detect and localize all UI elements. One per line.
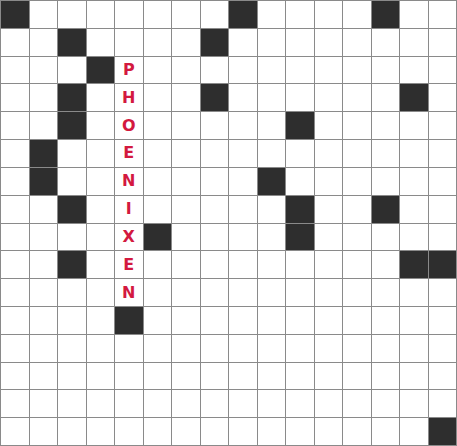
empty-cell-r10c7[interactable] xyxy=(201,279,229,306)
empty-cell-r15c8[interactable] xyxy=(229,418,257,445)
empty-cell-r3c3[interactable] xyxy=(87,84,115,111)
empty-cell-r6c2[interactable] xyxy=(58,168,86,195)
empty-cell-r11c7[interactable] xyxy=(201,307,229,334)
empty-cell-r7c15[interactable] xyxy=(429,196,457,223)
empty-cell-r6c12[interactable] xyxy=(343,168,371,195)
empty-cell-r12c6[interactable] xyxy=(172,335,200,362)
black-cell-r0c0 xyxy=(1,1,29,28)
empty-cell-r3c10[interactable] xyxy=(286,84,314,111)
empty-cell-r10c6[interactable] xyxy=(172,279,200,306)
empty-cell-r0c5[interactable] xyxy=(144,1,172,28)
empty-cell-r4c13[interactable] xyxy=(372,112,400,139)
empty-cell-r10c9[interactable] xyxy=(258,279,286,306)
empty-cell-r1c4[interactable] xyxy=(115,29,143,56)
empty-cell-r6c3[interactable] xyxy=(87,168,115,195)
empty-cell-r8c6[interactable] xyxy=(172,224,200,251)
empty-cell-r9c0[interactable] xyxy=(1,251,29,278)
empty-cell-r3c9[interactable] xyxy=(258,84,286,111)
empty-cell-r12c1[interactable] xyxy=(30,335,58,362)
empty-cell-r9c6[interactable] xyxy=(172,251,200,278)
empty-cell-r14c14[interactable] xyxy=(400,390,428,417)
empty-cell-r15c6[interactable] xyxy=(172,418,200,445)
black-cell-r0c8 xyxy=(229,1,257,28)
empty-cell-r1c14[interactable] xyxy=(400,29,428,56)
empty-cell-r1c15[interactable] xyxy=(429,29,457,56)
empty-cell-r11c0[interactable] xyxy=(1,307,29,334)
empty-cell-r8c13[interactable] xyxy=(372,224,400,251)
empty-cell-r4c7[interactable] xyxy=(201,112,229,139)
empty-cell-r14c4[interactable] xyxy=(115,390,143,417)
empty-cell-r4c14[interactable] xyxy=(400,112,428,139)
empty-cell-r2c0[interactable] xyxy=(1,57,29,84)
empty-cell-r3c6[interactable] xyxy=(172,84,200,111)
empty-cell-r13c8[interactable] xyxy=(229,363,257,390)
empty-cell-r6c7[interactable] xyxy=(201,168,229,195)
empty-cell-r4c1[interactable] xyxy=(30,112,58,139)
empty-cell-r11c8[interactable] xyxy=(229,307,257,334)
empty-cell-r12c11[interactable] xyxy=(315,335,343,362)
empty-cell-r13c7[interactable] xyxy=(201,363,229,390)
empty-cell-r15c2[interactable] xyxy=(58,418,86,445)
letter-cell-r2c4[interactable]: P xyxy=(115,57,143,84)
empty-cell-r14c1[interactable] xyxy=(30,390,58,417)
empty-cell-r6c13[interactable] xyxy=(372,168,400,195)
empty-cell-r6c5[interactable] xyxy=(144,168,172,195)
empty-cell-r4c9[interactable] xyxy=(258,112,286,139)
empty-cell-r9c10[interactable] xyxy=(286,251,314,278)
empty-cell-r8c15[interactable] xyxy=(429,224,457,251)
empty-cell-r0c11[interactable] xyxy=(315,1,343,28)
black-cell-r6c1 xyxy=(30,168,58,195)
empty-cell-r0c14[interactable] xyxy=(400,1,428,28)
crossword-grid: PHOENIXEN xyxy=(0,0,457,446)
black-cell-r9c14 xyxy=(400,251,428,278)
black-cell-r8c5 xyxy=(144,224,172,251)
empty-cell-r2c2[interactable] xyxy=(58,57,86,84)
empty-cell-r2c14[interactable] xyxy=(400,57,428,84)
empty-cell-r1c13[interactable] xyxy=(372,29,400,56)
black-cell-r7c13 xyxy=(372,196,400,223)
empty-cell-r10c14[interactable] xyxy=(400,279,428,306)
empty-cell-r10c1[interactable] xyxy=(30,279,58,306)
empty-cell-r13c3[interactable] xyxy=(87,363,115,390)
empty-cell-r5c0[interactable] xyxy=(1,140,29,167)
empty-cell-r12c12[interactable] xyxy=(343,335,371,362)
empty-cell-r1c0[interactable] xyxy=(1,29,29,56)
empty-cell-r8c0[interactable] xyxy=(1,224,29,251)
black-cell-r2c3 xyxy=(87,57,115,84)
empty-cell-r2c8[interactable] xyxy=(229,57,257,84)
empty-cell-r2c10[interactable] xyxy=(286,57,314,84)
empty-cell-r3c1[interactable] xyxy=(30,84,58,111)
empty-cell-r5c11[interactable] xyxy=(315,140,343,167)
empty-cell-r5c9[interactable] xyxy=(258,140,286,167)
empty-cell-r14c10[interactable] xyxy=(286,390,314,417)
empty-cell-r10c11[interactable] xyxy=(315,279,343,306)
empty-cell-r10c2[interactable] xyxy=(58,279,86,306)
empty-cell-r2c5[interactable] xyxy=(144,57,172,84)
empty-cell-r12c5[interactable] xyxy=(144,335,172,362)
empty-cell-r5c13[interactable] xyxy=(372,140,400,167)
empty-cell-r6c15[interactable] xyxy=(429,168,457,195)
empty-cell-r13c9[interactable] xyxy=(258,363,286,390)
empty-cell-r4c0[interactable] xyxy=(1,112,29,139)
empty-cell-r10c10[interactable] xyxy=(286,279,314,306)
empty-cell-r10c0[interactable] xyxy=(1,279,29,306)
empty-cell-r3c11[interactable] xyxy=(315,84,343,111)
empty-cell-r5c6[interactable] xyxy=(172,140,200,167)
empty-cell-r5c2[interactable] xyxy=(58,140,86,167)
empty-cell-r15c13[interactable] xyxy=(372,418,400,445)
empty-cell-r6c10[interactable] xyxy=(286,168,314,195)
empty-cell-r9c8[interactable] xyxy=(229,251,257,278)
empty-cell-r2c6[interactable] xyxy=(172,57,200,84)
empty-cell-r11c15[interactable] xyxy=(429,307,457,334)
black-cell-r5c1 xyxy=(30,140,58,167)
black-cell-r1c7 xyxy=(201,29,229,56)
empty-cell-r5c3[interactable] xyxy=(87,140,115,167)
empty-cell-r10c13[interactable] xyxy=(372,279,400,306)
empty-cell-r8c2[interactable] xyxy=(58,224,86,251)
empty-cell-r6c8[interactable] xyxy=(229,168,257,195)
empty-cell-r15c5[interactable] xyxy=(144,418,172,445)
empty-cell-r11c5[interactable] xyxy=(144,307,172,334)
empty-cell-r1c6[interactable] xyxy=(172,29,200,56)
empty-cell-r6c11[interactable] xyxy=(315,168,343,195)
letter-cell-r3c4[interactable]: H xyxy=(115,84,143,111)
empty-cell-r0c4[interactable] xyxy=(115,1,143,28)
empty-cell-r2c15[interactable] xyxy=(429,57,457,84)
empty-cell-r9c9[interactable] xyxy=(258,251,286,278)
empty-cell-r15c9[interactable] xyxy=(258,418,286,445)
empty-cell-r0c9[interactable] xyxy=(258,1,286,28)
empty-cell-r10c5[interactable] xyxy=(144,279,172,306)
empty-cell-r14c8[interactable] xyxy=(229,390,257,417)
empty-cell-r6c0[interactable] xyxy=(1,168,29,195)
empty-cell-r5c12[interactable] xyxy=(343,140,371,167)
empty-cell-r9c7[interactable] xyxy=(201,251,229,278)
empty-cell-r15c0[interactable] xyxy=(1,418,29,445)
empty-cell-r4c12[interactable] xyxy=(343,112,371,139)
empty-cell-r1c3[interactable] xyxy=(87,29,115,56)
empty-cell-r3c15[interactable] xyxy=(429,84,457,111)
empty-cell-r14c12[interactable] xyxy=(343,390,371,417)
empty-cell-r1c11[interactable] xyxy=(315,29,343,56)
empty-cell-r1c10[interactable] xyxy=(286,29,314,56)
black-cell-r1c2 xyxy=(58,29,86,56)
black-cell-r4c10 xyxy=(286,112,314,139)
empty-cell-r13c15[interactable] xyxy=(429,363,457,390)
empty-cell-r11c6[interactable] xyxy=(172,307,200,334)
empty-cell-r9c12[interactable] xyxy=(343,251,371,278)
empty-cell-r0c3[interactable] xyxy=(87,1,115,28)
empty-cell-r2c1[interactable] xyxy=(30,57,58,84)
empty-cell-r0c12[interactable] xyxy=(343,1,371,28)
empty-cell-r14c3[interactable] xyxy=(87,390,115,417)
letter-cell-r10c4[interactable]: N xyxy=(115,279,143,306)
empty-cell-r2c12[interactable] xyxy=(343,57,371,84)
empty-cell-r13c12[interactable] xyxy=(343,363,371,390)
black-cell-r15c15 xyxy=(429,418,457,445)
empty-cell-r9c5[interactable] xyxy=(144,251,172,278)
empty-cell-r6c6[interactable] xyxy=(172,168,200,195)
empty-cell-r8c1[interactable] xyxy=(30,224,58,251)
empty-cell-r7c12[interactable] xyxy=(343,196,371,223)
empty-cell-r2c9[interactable] xyxy=(258,57,286,84)
empty-cell-r4c6[interactable] xyxy=(172,112,200,139)
empty-cell-r5c14[interactable] xyxy=(400,140,428,167)
empty-cell-r7c9[interactable] xyxy=(258,196,286,223)
empty-cell-r10c3[interactable] xyxy=(87,279,115,306)
empty-cell-r15c14[interactable] xyxy=(400,418,428,445)
empty-cell-r15c4[interactable] xyxy=(115,418,143,445)
empty-cell-r12c3[interactable] xyxy=(87,335,115,362)
empty-cell-r3c13[interactable] xyxy=(372,84,400,111)
empty-cell-r13c4[interactable] xyxy=(115,363,143,390)
empty-cell-r15c10[interactable] xyxy=(286,418,314,445)
letter-cell-r6c4[interactable]: N xyxy=(115,168,143,195)
empty-cell-r7c6[interactable] xyxy=(172,196,200,223)
empty-cell-r12c8[interactable] xyxy=(229,335,257,362)
empty-cell-r7c14[interactable] xyxy=(400,196,428,223)
black-cell-r9c15 xyxy=(429,251,457,278)
black-cell-r3c14 xyxy=(400,84,428,111)
black-cell-r7c2 xyxy=(58,196,86,223)
empty-cell-r11c14[interactable] xyxy=(400,307,428,334)
empty-cell-r12c15[interactable] xyxy=(429,335,457,362)
empty-cell-r14c11[interactable] xyxy=(315,390,343,417)
empty-cell-r12c7[interactable] xyxy=(201,335,229,362)
empty-cell-r0c10[interactable] xyxy=(286,1,314,28)
black-cell-r3c7 xyxy=(201,84,229,111)
empty-cell-r14c13[interactable] xyxy=(372,390,400,417)
black-cell-r3c2 xyxy=(58,84,86,111)
empty-cell-r8c8[interactable] xyxy=(229,224,257,251)
black-cell-r0c13 xyxy=(372,1,400,28)
empty-cell-r1c5[interactable] xyxy=(144,29,172,56)
empty-cell-r14c9[interactable] xyxy=(258,390,286,417)
empty-cell-r0c15[interactable] xyxy=(429,1,457,28)
black-cell-r6c9 xyxy=(258,168,286,195)
empty-cell-r7c1[interactable] xyxy=(30,196,58,223)
empty-cell-r7c5[interactable] xyxy=(144,196,172,223)
empty-cell-r7c7[interactable] xyxy=(201,196,229,223)
empty-cell-r10c12[interactable] xyxy=(343,279,371,306)
black-cell-r4c2 xyxy=(58,112,86,139)
empty-cell-r11c3[interactable] xyxy=(87,307,115,334)
empty-cell-r8c11[interactable] xyxy=(315,224,343,251)
empty-cell-r9c11[interactable] xyxy=(315,251,343,278)
empty-cell-r11c10[interactable] xyxy=(286,307,314,334)
empty-cell-r0c6[interactable] xyxy=(172,1,200,28)
black-cell-r11c4 xyxy=(115,307,143,334)
empty-cell-r15c3[interactable] xyxy=(87,418,115,445)
empty-cell-r14c2[interactable] xyxy=(58,390,86,417)
empty-cell-r4c11[interactable] xyxy=(315,112,343,139)
empty-cell-r4c5[interactable] xyxy=(144,112,172,139)
empty-cell-r15c12[interactable] xyxy=(343,418,371,445)
empty-cell-r12c2[interactable] xyxy=(58,335,86,362)
empty-cell-r11c13[interactable] xyxy=(372,307,400,334)
empty-cell-r11c12[interactable] xyxy=(343,307,371,334)
empty-cell-r5c5[interactable] xyxy=(144,140,172,167)
empty-cell-r4c15[interactable] xyxy=(429,112,457,139)
letter-cell-r4c4[interactable]: O xyxy=(115,112,143,139)
empty-cell-r14c15[interactable] xyxy=(429,390,457,417)
empty-cell-r10c8[interactable] xyxy=(229,279,257,306)
empty-cell-r13c2[interactable] xyxy=(58,363,86,390)
empty-cell-r0c7[interactable] xyxy=(201,1,229,28)
empty-cell-r8c7[interactable] xyxy=(201,224,229,251)
empty-cell-r12c9[interactable] xyxy=(258,335,286,362)
empty-cell-r15c1[interactable] xyxy=(30,418,58,445)
empty-cell-r2c7[interactable] xyxy=(201,57,229,84)
empty-cell-r15c11[interactable] xyxy=(315,418,343,445)
empty-cell-r8c3[interactable] xyxy=(87,224,115,251)
empty-cell-r13c1[interactable] xyxy=(30,363,58,390)
empty-cell-r8c14[interactable] xyxy=(400,224,428,251)
empty-cell-r14c5[interactable] xyxy=(144,390,172,417)
empty-cell-r11c1[interactable] xyxy=(30,307,58,334)
empty-cell-r1c9[interactable] xyxy=(258,29,286,56)
letter-cell-r9c4[interactable]: E xyxy=(115,251,143,278)
empty-cell-r0c2[interactable] xyxy=(58,1,86,28)
empty-cell-r5c7[interactable] xyxy=(201,140,229,167)
letter-cell-r7c4[interactable]: I xyxy=(115,196,143,223)
empty-cell-r2c11[interactable] xyxy=(315,57,343,84)
empty-cell-r9c3[interactable] xyxy=(87,251,115,278)
empty-cell-r7c11[interactable] xyxy=(315,196,343,223)
empty-cell-r6c14[interactable] xyxy=(400,168,428,195)
empty-cell-r3c8[interactable] xyxy=(229,84,257,111)
empty-cell-r11c11[interactable] xyxy=(315,307,343,334)
empty-cell-r1c12[interactable] xyxy=(343,29,371,56)
empty-cell-r4c8[interactable] xyxy=(229,112,257,139)
empty-cell-r15c7[interactable] xyxy=(201,418,229,445)
black-cell-r9c2 xyxy=(58,251,86,278)
empty-cell-r11c2[interactable] xyxy=(58,307,86,334)
empty-cell-r9c13[interactable] xyxy=(372,251,400,278)
empty-cell-r12c0[interactable] xyxy=(1,335,29,362)
empty-cell-r14c7[interactable] xyxy=(201,390,229,417)
empty-cell-r14c6[interactable] xyxy=(172,390,200,417)
empty-cell-r7c8[interactable] xyxy=(229,196,257,223)
empty-cell-r13c0[interactable] xyxy=(1,363,29,390)
empty-cell-r13c14[interactable] xyxy=(400,363,428,390)
empty-cell-r12c4[interactable] xyxy=(115,335,143,362)
empty-cell-r14c0[interactable] xyxy=(1,390,29,417)
empty-cell-r13c13[interactable] xyxy=(372,363,400,390)
empty-cell-r5c8[interactable] xyxy=(229,140,257,167)
empty-cell-r13c5[interactable] xyxy=(144,363,172,390)
empty-cell-r7c3[interactable] xyxy=(87,196,115,223)
empty-cell-r13c11[interactable] xyxy=(315,363,343,390)
empty-cell-r3c5[interactable] xyxy=(144,84,172,111)
letter-cell-r5c4[interactable]: E xyxy=(115,140,143,167)
empty-cell-r2c13[interactable] xyxy=(372,57,400,84)
empty-cell-r12c10[interactable] xyxy=(286,335,314,362)
black-cell-r7c10 xyxy=(286,196,314,223)
empty-cell-r7c0[interactable] xyxy=(1,196,29,223)
empty-cell-r1c1[interactable] xyxy=(30,29,58,56)
empty-cell-r10c15[interactable] xyxy=(429,279,457,306)
empty-cell-r4c3[interactable] xyxy=(87,112,115,139)
letter-cell-r8c4[interactable]: X xyxy=(115,224,143,251)
empty-cell-r8c12[interactable] xyxy=(343,224,371,251)
empty-cell-r13c10[interactable] xyxy=(286,363,314,390)
empty-cell-r0c1[interactable] xyxy=(30,1,58,28)
empty-cell-r8c9[interactable] xyxy=(258,224,286,251)
empty-cell-r11c9[interactable] xyxy=(258,307,286,334)
empty-cell-r5c10[interactable] xyxy=(286,140,314,167)
empty-cell-r5c15[interactable] xyxy=(429,140,457,167)
empty-cell-r9c1[interactable] xyxy=(30,251,58,278)
empty-cell-r3c0[interactable] xyxy=(1,84,29,111)
empty-cell-r13c6[interactable] xyxy=(172,363,200,390)
empty-cell-r12c13[interactable] xyxy=(372,335,400,362)
empty-cell-r12c14[interactable] xyxy=(400,335,428,362)
empty-cell-r3c12[interactable] xyxy=(343,84,371,111)
empty-cell-r1c8[interactable] xyxy=(229,29,257,56)
black-cell-r8c10 xyxy=(286,224,314,251)
